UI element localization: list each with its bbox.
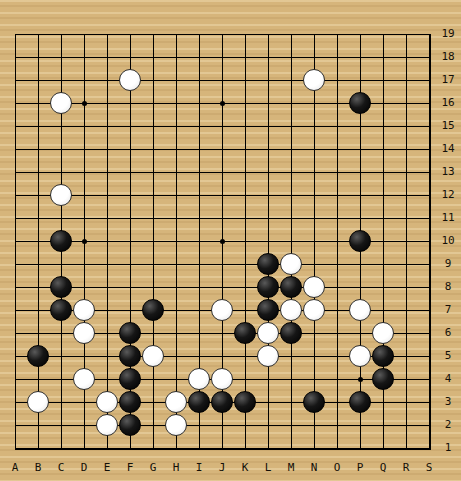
column-label-E: E (104, 462, 111, 474)
grid-line-horizontal (15, 195, 431, 196)
grid-line-vertical (107, 34, 108, 450)
star-point-J10 (220, 239, 225, 244)
column-label-M: M (288, 462, 295, 474)
row-label-4: 4 (445, 373, 452, 385)
grid-line-vertical (314, 34, 315, 450)
row-label-16: 16 (441, 97, 454, 109)
black-stone-F2 (119, 414, 141, 436)
white-stone-N8 (303, 276, 325, 298)
row-label-10: 10 (441, 235, 454, 247)
grid-line-horizontal (15, 149, 431, 150)
black-stone-L9 (257, 253, 279, 275)
go-board-grid[interactable] (15, 34, 431, 450)
black-stone-F6 (119, 322, 141, 344)
grid-line-horizontal (15, 34, 431, 35)
column-label-G: G (150, 462, 157, 474)
white-stone-M9 (280, 253, 302, 275)
column-label-N: N (311, 462, 318, 474)
white-stone-H2 (165, 414, 187, 436)
column-label-K: K (242, 462, 249, 474)
grid-line-horizontal (15, 57, 431, 58)
white-stone-D6 (73, 322, 95, 344)
white-stone-D7 (73, 299, 95, 321)
grid-line-horizontal (15, 218, 431, 219)
grid-line-vertical (268, 34, 269, 450)
column-label-I: I (196, 462, 203, 474)
white-stone-E2 (96, 414, 118, 436)
black-stone-M8 (280, 276, 302, 298)
grid-line-horizontal (15, 448, 431, 450)
row-label-1: 1 (445, 442, 452, 454)
white-stone-I4 (188, 368, 210, 390)
column-label-P: P (357, 462, 364, 474)
black-stone-C7 (50, 299, 72, 321)
star-point-D16 (82, 101, 87, 106)
white-stone-B3 (27, 391, 49, 413)
go-board-screenshot: ABCDEFGHIJKLMNOPQRS 19181716151413121110… (0, 0, 461, 481)
column-label-Q: Q (380, 462, 387, 474)
white-stone-P5 (349, 345, 371, 367)
white-stone-C16 (50, 92, 72, 114)
black-stone-F5 (119, 345, 141, 367)
black-stone-C10 (50, 230, 72, 252)
row-label-6: 6 (445, 327, 452, 339)
row-label-14: 14 (441, 143, 454, 155)
row-label-12: 12 (441, 189, 454, 201)
white-stone-G5 (142, 345, 164, 367)
grid-line-vertical (291, 34, 292, 450)
black-stone-G7 (142, 299, 164, 321)
grid-line-vertical (337, 34, 338, 450)
row-label-11: 11 (441, 212, 454, 224)
grid-line-horizontal (15, 80, 431, 81)
black-stone-B5 (27, 345, 49, 367)
grid-line-vertical (153, 34, 154, 450)
black-stone-L7 (257, 299, 279, 321)
column-label-F: F (127, 462, 134, 474)
grid-line-vertical (406, 34, 407, 450)
black-stone-Q5 (372, 345, 394, 367)
row-label-13: 13 (441, 166, 454, 178)
white-stone-H3 (165, 391, 187, 413)
grid-line-horizontal (15, 172, 431, 173)
column-label-R: R (403, 462, 410, 474)
black-stone-K6 (234, 322, 256, 344)
black-stone-L8 (257, 276, 279, 298)
row-label-17: 17 (441, 74, 454, 86)
row-label-8: 8 (445, 281, 452, 293)
white-stone-P7 (349, 299, 371, 321)
black-stone-N3 (303, 391, 325, 413)
row-label-15: 15 (441, 120, 454, 132)
black-stone-J3 (211, 391, 233, 413)
column-label-L: L (265, 462, 272, 474)
white-stone-D4 (73, 368, 95, 390)
black-stone-I3 (188, 391, 210, 413)
row-label-2: 2 (445, 419, 452, 431)
black-stone-F4 (119, 368, 141, 390)
column-label-J: J (219, 462, 226, 474)
row-label-18: 18 (441, 51, 454, 63)
white-stone-C12 (50, 184, 72, 206)
grid-line-vertical (245, 34, 246, 450)
column-label-D: D (81, 462, 88, 474)
white-stone-F17 (119, 69, 141, 91)
column-label-A: A (12, 462, 19, 474)
black-stone-C8 (50, 276, 72, 298)
grid-line-horizontal (15, 425, 431, 426)
column-label-S: S (426, 462, 433, 474)
grid-line-vertical (38, 34, 39, 450)
column-label-H: H (173, 462, 180, 474)
column-label-B: B (35, 462, 42, 474)
black-stone-K3 (234, 391, 256, 413)
grid-line-horizontal (15, 126, 431, 127)
white-stone-Q6 (372, 322, 394, 344)
star-point-J16 (220, 101, 225, 106)
column-label-O: O (334, 462, 341, 474)
star-point-D10 (82, 239, 87, 244)
grid-line-horizontal (15, 264, 431, 265)
white-stone-L5 (257, 345, 279, 367)
black-stone-Q4 (372, 368, 394, 390)
black-stone-P16 (349, 92, 371, 114)
white-stone-N17 (303, 69, 325, 91)
black-stone-P3 (349, 391, 371, 413)
grid-line-horizontal (15, 287, 431, 288)
grid-line-vertical (15, 34, 16, 450)
star-point-P4 (358, 377, 363, 382)
black-stone-P10 (349, 230, 371, 252)
black-stone-F3 (119, 391, 141, 413)
row-label-19: 19 (441, 28, 454, 40)
row-label-5: 5 (445, 350, 452, 362)
column-label-C: C (58, 462, 65, 474)
white-stone-J4 (211, 368, 233, 390)
row-label-3: 3 (445, 396, 452, 408)
white-stone-J7 (211, 299, 233, 321)
row-label-7: 7 (445, 304, 452, 316)
white-stone-M7 (280, 299, 302, 321)
grid-line-vertical (176, 34, 177, 450)
row-label-9: 9 (445, 258, 452, 270)
white-stone-E3 (96, 391, 118, 413)
grid-line-vertical (429, 34, 431, 450)
black-stone-M6 (280, 322, 302, 344)
white-stone-N7 (303, 299, 325, 321)
white-stone-L6 (257, 322, 279, 344)
